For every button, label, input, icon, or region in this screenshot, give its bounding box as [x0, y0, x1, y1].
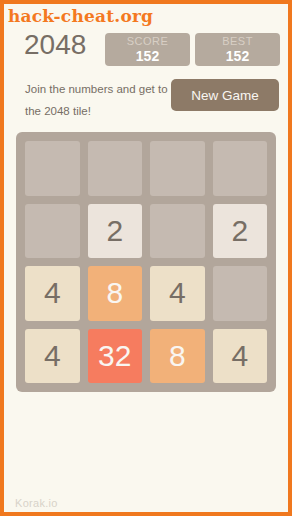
intro-line-2: the 2048 tile!: [25, 105, 91, 117]
best-value: 152: [226, 48, 249, 65]
page-title: 2048: [24, 29, 86, 61]
score-box: SCORE 152: [105, 33, 190, 66]
tile-2: 2: [213, 204, 268, 259]
score-value: 152: [136, 48, 159, 65]
best-box: BEST 152: [195, 33, 280, 66]
watermark-korak: Korak.io: [15, 497, 58, 509]
tile-4: 4: [25, 266, 80, 321]
tile-4: 4: [150, 266, 205, 321]
empty-cell: [25, 141, 80, 196]
tile-8: 8: [150, 329, 205, 384]
tile-4: 4: [25, 329, 80, 384]
score-label: SCORE: [127, 35, 169, 48]
watermark-hack-cheat: hack-cheat.org: [8, 6, 153, 26]
board[interactable]: 2248443284: [16, 132, 276, 392]
tile-4: 4: [213, 329, 268, 384]
empty-cell: [150, 204, 205, 259]
score-panel: SCORE 152 BEST 152: [105, 33, 280, 66]
empty-cell: [150, 141, 205, 196]
intro-text: Join the numbers and get to the 2048 til…: [25, 78, 175, 122]
best-label: BEST: [222, 35, 253, 48]
empty-cell: [213, 266, 268, 321]
intro-line-1: Join the numbers and get to: [25, 83, 168, 95]
empty-cell: [213, 141, 268, 196]
tile-8: 8: [88, 266, 143, 321]
empty-cell: [88, 141, 143, 196]
app-window: hack-cheat.org 2048 SCORE 152 BEST 152 J…: [0, 0, 292, 516]
tile-32: 32: [88, 329, 143, 384]
empty-cell: [25, 204, 80, 259]
new-game-button[interactable]: New Game: [171, 79, 279, 111]
tile-2: 2: [88, 204, 143, 259]
